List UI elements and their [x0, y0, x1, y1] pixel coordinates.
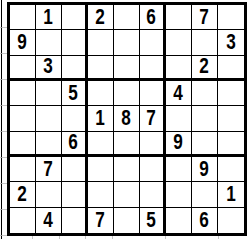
- sudoku-cell[interactable]: [192, 182, 218, 207]
- sudoku-cell[interactable]: 5: [62, 81, 88, 106]
- sudoku-cell[interactable]: 2: [10, 182, 36, 207]
- sudoku-cell[interactable]: 9: [192, 157, 218, 182]
- sudoku-cell[interactable]: [62, 157, 88, 182]
- sudoku-cell[interactable]: [10, 81, 36, 106]
- given-digit: 7: [147, 107, 157, 130]
- sudoku-cell[interactable]: [218, 208, 244, 233]
- given-digit: 5: [147, 209, 157, 232]
- sudoku-cell[interactable]: 1: [36, 5, 62, 30]
- sudoku-cell[interactable]: [218, 132, 244, 157]
- sudoku-cell[interactable]: [140, 30, 166, 55]
- given-digit: 7: [200, 6, 210, 29]
- given-digit: 6: [200, 209, 210, 232]
- sudoku-cell[interactable]: 2: [88, 5, 114, 30]
- sudoku-cell[interactable]: 9: [166, 132, 192, 157]
- given-digit: 4: [44, 209, 54, 232]
- sudoku-cell[interactable]: [166, 208, 192, 233]
- sudoku-cell[interactable]: [140, 182, 166, 207]
- sudoku-cell[interactable]: [218, 106, 244, 131]
- sudoku-cell[interactable]: [218, 157, 244, 182]
- given-digit: 2: [96, 6, 106, 29]
- sudoku-cell[interactable]: [166, 56, 192, 81]
- sudoku-cell[interactable]: [62, 56, 88, 81]
- sudoku-cell[interactable]: [192, 106, 218, 131]
- given-digit: 1: [226, 183, 236, 206]
- sudoku-cell[interactable]: [166, 182, 192, 207]
- sudoku-cell[interactable]: [192, 30, 218, 55]
- sudoku-cell[interactable]: [114, 56, 140, 81]
- sudoku-cell[interactable]: [62, 5, 88, 30]
- sudoku-grid: 12679332541876979214756: [7, 2, 247, 236]
- sudoku-cell[interactable]: [114, 81, 140, 106]
- sudoku-cell[interactable]: [114, 208, 140, 233]
- given-digit: 7: [44, 158, 54, 181]
- sudoku-cell[interactable]: [218, 56, 244, 81]
- sudoku-cell[interactable]: [10, 132, 36, 157]
- sudoku-cell[interactable]: 4: [166, 81, 192, 106]
- sudoku-cell[interactable]: [88, 182, 114, 207]
- sudoku-cell[interactable]: [36, 30, 62, 55]
- spreadsheet-gridline-ticks-left: [0, 2, 7, 236]
- sudoku-cell[interactable]: 8: [114, 106, 140, 131]
- sudoku-cell[interactable]: [36, 81, 62, 106]
- sudoku-cell[interactable]: [88, 81, 114, 106]
- sudoku-cell[interactable]: [88, 132, 114, 157]
- given-digit: 2: [200, 56, 210, 79]
- given-digit: 3: [226, 31, 236, 54]
- given-digit: 5: [69, 82, 79, 105]
- sudoku-cell[interactable]: [114, 157, 140, 182]
- sudoku-cell[interactable]: [62, 30, 88, 55]
- sudoku-cell[interactable]: [10, 208, 36, 233]
- sudoku-cell[interactable]: [140, 56, 166, 81]
- sudoku-cell[interactable]: 6: [140, 5, 166, 30]
- given-digit: 9: [174, 132, 184, 155]
- sudoku-cell[interactable]: [166, 30, 192, 55]
- sudoku-cell[interactable]: [10, 106, 36, 131]
- given-digit: 9: [18, 31, 28, 54]
- given-digit: 2: [18, 183, 28, 206]
- sudoku-cell[interactable]: 7: [36, 157, 62, 182]
- given-digit: 4: [174, 82, 184, 105]
- sudoku-cell[interactable]: [114, 182, 140, 207]
- sudoku-cell[interactable]: 4: [36, 208, 62, 233]
- sudoku-cell[interactable]: 1: [88, 106, 114, 131]
- sudoku-cell[interactable]: [88, 56, 114, 81]
- sudoku-cell[interactable]: 1: [218, 182, 244, 207]
- sudoku-board: 12679332541876979214756: [0, 0, 250, 239]
- sudoku-cell[interactable]: [36, 182, 62, 207]
- sudoku-cell[interactable]: 7: [88, 208, 114, 233]
- sudoku-cell[interactable]: [140, 132, 166, 157]
- sudoku-cell[interactable]: 6: [62, 132, 88, 157]
- sudoku-cell[interactable]: [114, 132, 140, 157]
- sudoku-cell[interactable]: [88, 157, 114, 182]
- given-digit: 6: [147, 6, 157, 29]
- sudoku-cell[interactable]: [36, 106, 62, 131]
- sudoku-cell[interactable]: [192, 81, 218, 106]
- sudoku-cell[interactable]: [140, 157, 166, 182]
- sudoku-cell[interactable]: [114, 5, 140, 30]
- spreadsheet-gridline-ticks-bottom: [7, 236, 247, 239]
- sudoku-cell[interactable]: 3: [218, 30, 244, 55]
- sudoku-cell[interactable]: [218, 81, 244, 106]
- sudoku-cell[interactable]: [114, 30, 140, 55]
- sudoku-cell[interactable]: 7: [140, 106, 166, 131]
- given-digit: 3: [44, 56, 54, 79]
- sudoku-cell[interactable]: 7: [192, 5, 218, 30]
- sudoku-cell[interactable]: 2: [192, 56, 218, 81]
- sudoku-cell[interactable]: [166, 106, 192, 131]
- sudoku-cell[interactable]: [36, 132, 62, 157]
- given-digit: 6: [69, 132, 79, 155]
- sudoku-cell[interactable]: 6: [192, 208, 218, 233]
- sudoku-cell[interactable]: [10, 5, 36, 30]
- sudoku-cell[interactable]: [10, 157, 36, 182]
- sudoku-cell[interactable]: [218, 5, 244, 30]
- given-digit: 1: [96, 107, 106, 130]
- given-digit: 9: [200, 158, 210, 181]
- sudoku-cell[interactable]: [166, 157, 192, 182]
- sudoku-cell[interactable]: [166, 5, 192, 30]
- given-digit: 8: [122, 107, 132, 130]
- sudoku-cell[interactable]: 3: [36, 56, 62, 81]
- sudoku-cell[interactable]: 9: [10, 30, 36, 55]
- sudoku-cell[interactable]: [192, 132, 218, 157]
- sudoku-cell[interactable]: [10, 56, 36, 81]
- given-digit: 1: [44, 6, 54, 29]
- sudoku-cell[interactable]: [88, 30, 114, 55]
- given-digit: 7: [96, 209, 106, 232]
- sudoku-cell[interactable]: 5: [140, 208, 166, 233]
- sudoku-cell[interactable]: [140, 81, 166, 106]
- sudoku-cell[interactable]: [62, 106, 88, 131]
- sudoku-cell[interactable]: [62, 182, 88, 207]
- sudoku-cell[interactable]: [62, 208, 88, 233]
